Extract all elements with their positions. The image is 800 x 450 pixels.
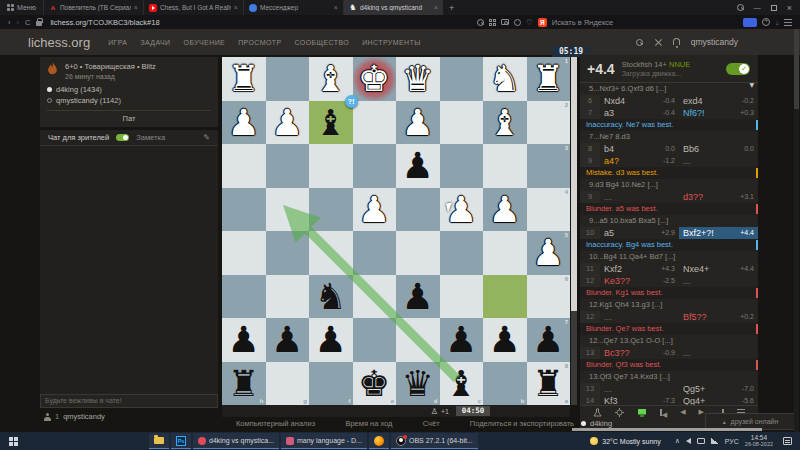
menu-label: Меню [17,4,36,11]
move-list: ▼ 5...Nxf3+ 6.Qxf3 d6 [...]6Nxd4-0.4exd4… [580,83,758,405]
notifications-bell-icon[interactable] [673,38,680,45]
black-pawn: ♟ [440,318,484,362]
rank-coordinate: 6 [565,276,568,282]
square-h3[interactable] [222,144,266,188]
window-controls: — × [737,3,800,13]
reader-mode-icon[interactable] [514,19,521,26]
file-coordinate: f [349,398,351,404]
square-f3[interactable] [309,144,353,188]
volume-icon[interactable] [686,438,691,444]
black-move[interactable]: ... [679,347,758,359]
white-pawn: ♟ [353,188,397,232]
analysis-tab[interactable]: Компьютерный анализ [236,419,315,428]
forward-button[interactable]: › [17,18,20,27]
engine-eval: +4.4 [587,61,615,77]
white-move[interactable]: ... [600,311,679,323]
black-player-bar: ♙ +1 04:50 [222,405,570,417]
square-d1[interactable]: ♛ [396,57,440,101]
menu-icon [7,4,14,11]
square-g1[interactable] [266,57,310,101]
square-h1[interactable]: ♜ [222,57,266,101]
move-number: 12 [580,275,600,287]
square-e5[interactable] [353,231,397,275]
white-move[interactable]: a4?-1.2 [600,155,679,167]
header-right: qmysticandy [636,37,738,47]
online-friend-name: d4king [590,419,612,428]
black-move[interactable]: Bb60.0 [679,143,758,155]
tab-close-icon[interactable]: × [334,4,338,11]
black-clock: 04:50 [456,406,490,416]
black-pawn: ♟ [396,144,440,188]
square-b5[interactable] [483,231,527,275]
square-e6[interactable] [353,275,397,319]
white-move[interactable]: a3-0.4 [600,107,679,119]
black-move[interactable]: Bf5??+0.2 [679,311,758,323]
nav-инструменты[interactable]: ИНСТРУМЕНТЫ [362,39,421,46]
lichess-logo[interactable]: lichess.org [28,35,90,50]
app-label: d4king vs qmystica... [209,437,274,444]
first-move-button[interactable]: ◀ [660,403,667,421]
tab-close-icon[interactable]: × [434,4,438,11]
square-e2[interactable] [353,101,397,145]
square-b6[interactable] [483,275,527,319]
analysis-tab[interactable]: Поделиться и экспортировать [470,419,574,428]
square-g7[interactable]: ♟ [266,318,310,362]
analysis-tabs: Компьютерный анализВремя на ходСчётПодел… [222,417,578,430]
black-pawn: ♟ [396,275,440,319]
close-button[interactable]: × [787,3,792,13]
square-a6[interactable]: 6 [527,275,571,319]
black-move[interactable]: Qg5+-7.0 [679,383,758,395]
move-row: 13Bc3??-0.9... [580,347,758,359]
battery-icon[interactable] [697,438,705,444]
square-g2[interactable]: ♟ [266,101,310,145]
square-c4[interactable]: ♟ [440,188,484,232]
yandex-search-button[interactable]: Искать в Яндексе [552,18,613,27]
spectator-count: 1 [55,412,59,421]
move-number: 13 [580,383,600,395]
black-move[interactable]: Bxf2+?!+4.4 [679,227,758,239]
white-move[interactable]: Kxf2+4.3 [600,263,679,275]
start-button[interactable] [9,437,18,446]
taskbar-app[interactable]: OBS 27.2.1 (64-bit... [391,433,478,449]
player-white-row[interactable]: d4king (1434) [47,85,211,94]
move-row: 11Kxf2+4.3Nxe4++4.4 [580,263,758,275]
spectators-row: 1 qmysticandy [44,412,105,421]
chess-board: ♜♝♚♛♞1♜♟♟♝♟♝2♟3♟♟♟45♟♞♟6♟♟♟♟♟7♟h♜gfe♚d♛c… [222,57,570,405]
online-dot-icon [581,421,586,426]
square-h7[interactable]: ♟ [222,318,266,362]
square-c1[interactable] [440,57,484,101]
lock-icon [36,21,42,26]
file-coordinate: b [521,398,525,404]
black-pawn: ♟ [309,318,353,362]
black-move[interactable]: Nxe4++4.4 [679,263,758,275]
move-row: 6Nxd4-0.4exd4-0.2 [580,95,758,107]
taskbar-app[interactable]: many language - D... [281,433,367,449]
square-c7[interactable]: ♟ [440,318,484,362]
square-f2[interactable]: ♝ [309,101,353,145]
move-row: 8b40.0Bb60.0 [580,143,758,155]
browser-tab[interactable]: АПовелитель (ТВ Сериал× [43,0,143,15]
move-row: 10a5+2.9Bxf2+?!+4.4 [580,227,758,239]
page-scrollbar[interactable] [794,29,799,432]
move-row: 12Ke3??-2.5... [580,275,758,287]
black-bishop: ♝ [440,362,484,406]
square-g3[interactable] [266,144,310,188]
tray-expand-icon[interactable]: ∧ [675,437,680,445]
black-move[interactable]: d3??+3.1 [679,191,758,203]
square-a4[interactable]: 4 [527,188,571,232]
ff-app-icon [374,436,384,446]
taskbar-app[interactable]: Ps [171,433,191,449]
move-row: 13...Qg5+-7.0 [580,383,758,395]
taskbar-apps: Psd4king vs qmystica...many language - D… [147,432,478,450]
screenshot-icon[interactable] [501,19,509,25]
square-h4[interactable] [222,188,266,232]
variation-line[interactable]: 10...Bg4 11.Qa4+ Bd7 [...] [580,251,758,263]
move-number: 14 [580,395,600,405]
prev-move-button[interactable]: ◀ [680,408,685,416]
maximize-button[interactable] [771,5,777,11]
material-diff: +1 [441,408,449,415]
bookmark-heart-icon[interactable]: ♡ [526,18,533,27]
friends-online-label: друзей онлайн [731,418,779,425]
move-annotation-badge: ?! [345,95,358,108]
white-bishop: ♝ [483,101,527,145]
white-knight: ♞ [483,57,527,101]
yandex-icon[interactable]: Я [538,18,547,27]
white-rook: ♜ [222,57,266,101]
square-g4[interactable] [266,188,310,232]
tab-spectator-chat[interactable]: Чат для зрителей [48,133,109,142]
app-label: OBS 27.2.1 (64-bit... [409,437,473,444]
black-knight: ♞ [309,275,353,319]
tab-title: Мессенджер [260,4,331,11]
played-ago-label: 26 минут назад [65,73,156,80]
judgment-comment: Mistake. d3 was best. [580,167,758,179]
folder-app-icon [154,437,164,444]
black-rook: ♜ [527,362,571,406]
white-king: ♚ [353,57,397,101]
move-row: 9...d3??+3.1 [580,191,758,203]
pencil-icon: ✎ [203,133,210,142]
action-center-icon[interactable] [783,437,792,445]
square-e7[interactable] [353,318,397,362]
white-bishop: ♝ [309,57,353,101]
square-b8[interactable]: b [483,362,527,406]
white-move[interactable]: ... [600,383,679,395]
black-move[interactable]: ... [679,155,758,167]
engine-header: +4.4 Stockfish 14+ NNUE Загрузка движка.… [580,55,758,83]
minimize-button[interactable]: — [754,4,761,11]
site-search-icon[interactable] [636,39,643,46]
move-number: 10 [580,227,600,239]
judgment-comment: Blunder. Qe7 was best. [580,323,758,335]
taskbar-app[interactable] [149,433,169,449]
square-d4[interactable] [396,188,440,232]
browser-settings-icon[interactable] [784,19,792,26]
move-number: 13 [580,347,600,359]
square-f1[interactable]: ♝ [309,57,353,101]
weather-widget[interactable]: 32°C Mostly sunny [590,437,660,445]
square-e4[interactable]: ♟ [353,188,397,232]
online-friend-row[interactable]: d4king [581,419,612,428]
find-icon[interactable] [477,19,484,26]
flask-icon[interactable] [593,408,602,417]
variation-line[interactable]: 9.d3 Bg4 10.Ne2 [...] [580,179,758,191]
game-result-label: Пат [47,110,211,123]
ps-app-icon: Ps [176,436,186,446]
taskbar-app[interactable] [369,433,389,449]
network-icon[interactable] [711,438,719,444]
site-header: lichess.org ИГРАЗАДАЧИОБУЧЕНИЕПРОСМОТРСО… [0,29,800,55]
judgment-comment: Inaccuracy. Ne7 was best. [580,119,758,131]
search-icon[interactable] [737,4,744,11]
black-move[interactable]: exd4-0.2 [679,95,758,107]
engine-status: Загрузка движка... [622,69,726,78]
square-b1[interactable]: ♞ [483,57,527,101]
square-g6[interactable] [266,275,310,319]
variation-line[interactable]: 9...a5 10.bxa5 Bxa5 [...] [580,215,758,227]
black-bishop: ♝ [309,101,353,145]
spectator-name[interactable]: qmysticandy [63,412,105,421]
square-f5[interactable] [309,231,353,275]
judgment-comment: Blunder. Kg1 was best. [580,287,758,299]
taskbar-clock[interactable]: 14:54 26-08-2022 [745,434,773,448]
nav-задачи[interactable]: ЗАДАЧИ [140,39,170,46]
engine-name: Stockfish 14+ [622,60,667,69]
square-h2[interactable]: ♟ [222,101,266,145]
taskbar: Psd4king vs qmystica...many language - D… [0,432,800,450]
white-move[interactable]: ... [600,191,679,203]
square-e1[interactable]: ♚ [353,57,397,101]
black-queen: ♛ [396,362,440,406]
square-b7[interactable]: ♟ [483,318,527,362]
game-info-box: 6+0 • Товарищеская • Blitz 26 минут наза… [40,57,218,127]
move-number: 9 [580,155,600,167]
browser-tab[interactable]: Chess, But I Got A Really× [143,0,243,15]
variation-line[interactable]: 5...Nxf3+ 6.Qxf3 d6 [...] [580,83,758,95]
black-king: ♚ [353,362,397,406]
obs-app-icon [396,436,406,446]
square-f4[interactable] [309,188,353,232]
square-c5[interactable] [440,231,484,275]
yt-favicon-icon [149,4,157,12]
browser-tab-bar: Меню АПовелитель (ТВ Сериал×Chess, But I… [0,0,800,15]
address-bar: ‹ › C lichess.org/TCOJKBC3/black#18 ♡ Я … [0,15,800,29]
square-h8[interactable]: h♜ [222,362,266,406]
li-favicon-icon: ♞ [349,4,357,12]
square-d3[interactable]: ♟ [396,144,440,188]
move-number: 8 [580,143,600,155]
challenges-icon[interactable] [654,38,662,46]
square-a5[interactable]: 5♟ [527,231,571,275]
black-pawn: ♟ [266,318,310,362]
white-move[interactable]: b40.0 [600,143,679,155]
square-b3[interactable] [483,144,527,188]
black-color-icon [47,98,52,103]
tab-notes[interactable]: Заметка [136,133,165,142]
white-move[interactable]: Ke3??-2.5 [600,275,679,287]
square-h6[interactable] [222,275,266,319]
refresh-button[interactable]: C [25,18,30,27]
chat-tabs: Чат для зрителей Заметка ✎ [40,130,218,146]
rank-coordinate: 4 [565,189,568,195]
move-row: 9a4?-1.2... [580,155,758,167]
tab-title: Повелитель (ТВ Сериал [60,4,131,11]
move-number: 11 [580,263,600,275]
white-player-name: d4king (1434) [56,85,102,94]
vpn-badge[interactable] [743,18,757,27]
doc-app-icon [286,437,294,445]
address-bar-actions: ♡ Я Искать в Яндексе ↓ [477,18,792,27]
square-a3[interactable]: 3 [527,144,571,188]
back-button[interactable]: ‹ [8,18,11,27]
white-move[interactable]: a5+2.9 [600,227,679,239]
square-g8[interactable]: g [266,362,310,406]
white-rook: ♜ [527,57,571,101]
collections-icon[interactable] [489,19,496,26]
player-black-row[interactable]: qmysticandy (1142) [47,96,211,105]
sun-icon [590,437,598,445]
square-a8[interactable]: 8a♜ [527,362,571,406]
board-screen-icon[interactable] [637,408,647,417]
move-row: 14Kf3-7.3Qg4+-5.6 [580,395,758,405]
app-label: many language - D... [297,437,362,444]
black-pawn: ♟ [483,318,527,362]
tab-title: d4king vs qmysticand [360,4,431,11]
weather-label: 32°C Mostly sunny [602,438,660,445]
analysis-tab[interactable]: Счёт [423,419,440,428]
square-f7[interactable]: ♟ [309,318,353,362]
nav-сообщество[interactable]: СООБЩЕСТВО [295,39,350,46]
square-c2[interactable] [440,101,484,145]
square-d8[interactable]: d♛ [396,362,440,406]
url-field[interactable]: lichess.org/TCOJKBC3/black#18 [50,18,159,27]
rank-coordinate: 3 [565,145,568,151]
white-queen: ♛ [396,57,440,101]
nav-просмотр[interactable]: ПРОСМОТР [238,39,281,46]
new-tab-button[interactable]: + [443,3,460,13]
black-player-name: qmysticandy (1142) [56,96,121,105]
square-c6[interactable] [440,275,484,319]
blitz-flame-icon [47,62,58,77]
square-e8[interactable]: e♚ [353,362,397,406]
variation-line[interactable]: 12.Kg1 Qh4 13.g3 [...] [580,299,758,311]
system-tray: ∧ РУС 14:54 26-08-2022 [675,434,773,448]
square-a1[interactable]: 1♜ [527,57,571,101]
spectator-icon [44,413,51,421]
black-move[interactable]: Nf6?!+0.3 [679,107,758,119]
white-pawn: ♟ [527,231,571,275]
nav-обучение[interactable]: ОБУЧЕНИЕ [184,39,226,46]
square-c3[interactable] [440,144,484,188]
browser-tab[interactable]: Мессенджер× [243,0,343,15]
analysis-panel: +4.4 Stockfish 14+ NNUE Загрузка движка.… [580,55,758,430]
move-number: 9 [580,191,600,203]
square-g5[interactable] [266,231,310,275]
move-number: 6 [580,95,600,107]
square-a7[interactable]: 7♟ [527,318,571,362]
chat-toggle[interactable] [116,134,129,141]
square-h5[interactable] [222,231,266,275]
judgment-comment: Inaccuracy. Bg4 was best. [580,239,758,251]
gear-icon[interactable] [615,408,624,417]
square-e3[interactable] [353,144,397,188]
chat-messages [40,146,218,394]
downloads-icon[interactable]: ↓ [775,18,779,27]
nav-игра[interactable]: ИГРА [108,39,127,46]
language-indicator[interactable]: РУС [725,438,739,445]
white-pawn: ♟ [222,101,266,145]
square-f6[interactable]: ♞ [309,275,353,319]
msg-favicon-icon [249,4,257,12]
tab-close-icon[interactable]: × [134,4,138,11]
white-pawn: ♟ [266,101,310,145]
eval-gauge [571,57,577,405]
black-pawn: ♟ [527,318,571,362]
site-nav: ИГРАЗАДАЧИОБУЧЕНИЕПРОСМОТРСООБЩЕСТВОИНСТ… [108,39,421,46]
white-pawn: ♟ [483,188,527,232]
analysis-tab[interactable]: Время на ход [345,419,392,428]
white-pawn: ♟ [440,188,484,232]
judgment-comment: Blunder. a5 was best. [580,203,758,215]
chat-input[interactable]: Будьте вежливы в чате! [40,394,218,408]
white-color-icon [47,87,52,92]
engine-tech: NNUE [669,60,690,69]
black-move[interactable]: Qg4+-5.6 [679,395,758,405]
square-d7[interactable] [396,318,440,362]
tab-title: Chess, But I Got A Really [160,4,231,11]
material-pawn-icon: ♙ [431,407,438,416]
next-move-button[interactable]: ▶ [699,408,704,416]
white-move[interactable]: Kf3-7.3 [600,395,679,405]
browser-tabs: АПовелитель (ТВ Сериал×Chess, But I Got … [43,0,443,15]
square-b4[interactable]: ♟ [483,188,527,232]
square-c8[interactable]: c♝ [440,362,484,406]
a-favicon-icon: А [49,4,57,12]
extensions-icon[interactable] [762,18,770,26]
move-number: 7 [580,107,600,119]
browser-tab[interactable]: ♞d4king vs qmysticand× [343,0,443,15]
square-d6[interactable]: ♟ [396,275,440,319]
square-d2[interactable]: ♟ [396,101,440,145]
square-d5[interactable] [396,231,440,275]
last-move-highlight [483,275,527,319]
square-f8[interactable]: f [309,362,353,406]
rank-coordinate: 2 [565,102,568,108]
screen: Меню АПовелитель (ТВ Сериал×Chess, But I… [0,0,800,450]
page-bottom-strip [572,428,762,431]
white-move[interactable]: Nxd4-0.4 [600,95,679,107]
scroll-indicator-icon: ▼ [749,83,754,88]
taskbar-app[interactable]: d4king vs qmystica... [193,433,279,449]
variation-line[interactable]: 13.Qf3 Qe7 14.Kxd3 [...] [580,371,758,383]
browser-menu-button[interactable]: Меню [0,0,43,15]
variation-line[interactable]: 7...Ne7 8.d3 [580,131,758,143]
rec-app-icon [198,437,206,445]
tab-close-icon[interactable]: × [234,4,238,11]
square-a2[interactable]: 2 [527,101,571,145]
square-b2[interactable]: ♝ [483,101,527,145]
variation-line[interactable]: 12...Qe7 13.Qc1 O-O [...] [580,335,758,347]
username-menu[interactable]: qmysticandy [691,37,738,47]
white-move[interactable]: Bc3??-0.9 [600,347,679,359]
black-move[interactable]: ... [679,275,758,287]
engine-toggle[interactable]: ✓ [726,63,750,75]
move-number: 12 [580,311,600,323]
